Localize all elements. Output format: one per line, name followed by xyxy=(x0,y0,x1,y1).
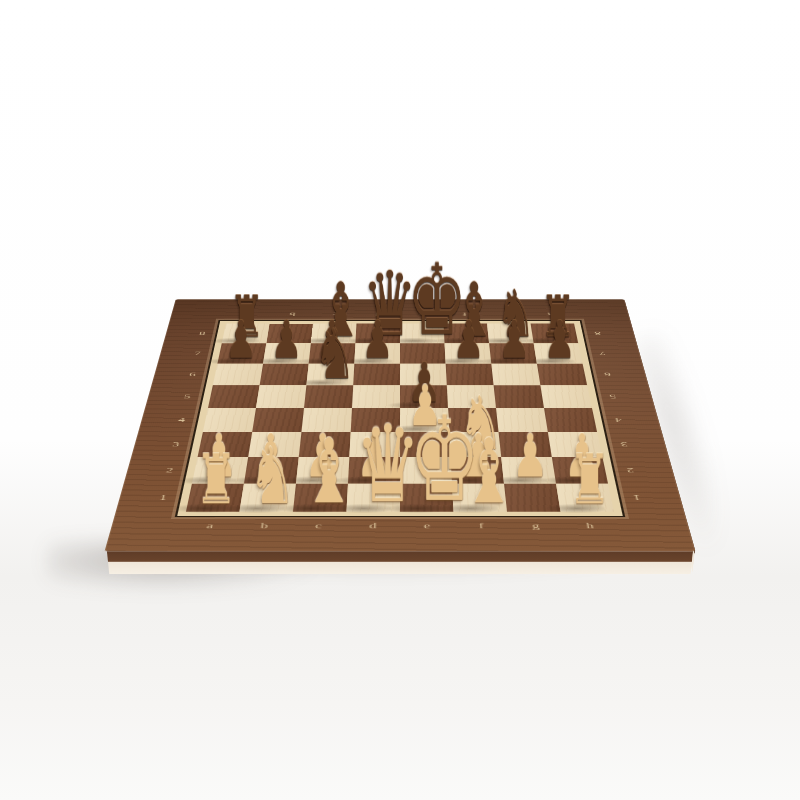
coordinate-label: d xyxy=(345,521,400,531)
piece-white-knight-b1: ♞ xyxy=(248,445,284,509)
coordinate-label: 4 xyxy=(170,408,193,432)
coordinate-label: g xyxy=(508,521,564,531)
square-c1: ♝ xyxy=(293,484,348,512)
coordinate-label: 5 xyxy=(602,385,624,408)
white-rook-icon: ♜ xyxy=(569,452,611,508)
piece-white-bishop-c1: ♝ xyxy=(302,436,338,509)
square-a6 xyxy=(213,364,263,386)
coordinate-label: a xyxy=(182,521,238,531)
white-pawn-icon: ♟ xyxy=(512,432,548,481)
black-pawn-icon: ♟ xyxy=(362,319,394,362)
square-d1: ♛ xyxy=(346,484,400,512)
coordinate-label: e xyxy=(400,311,443,317)
playing-area: ♜♝♛♚♝♞♜♟♟♟♟♟♟♟♞♟♟♞♟♟♟♟♟♟♟♜♞♝♛♚♝♜ xyxy=(175,320,626,517)
white-rook-icon: ♜ xyxy=(195,452,237,508)
square-b6 xyxy=(260,364,309,386)
file-labels-top: abcdefgh xyxy=(227,311,572,317)
coordinate-label: 6 xyxy=(597,364,619,386)
chess-board-scene: abcdefgh abcdefgh 87654321 87654321 ♜♝♛♚… xyxy=(145,153,655,663)
coordinate-label: f xyxy=(443,311,487,317)
piece-black-pawn-a7: ♟ xyxy=(225,319,256,362)
chess-board: abcdefgh abcdefgh 87654321 87654321 ♜♝♛♚… xyxy=(105,299,696,551)
coordinate-label: c xyxy=(314,311,358,317)
square-e1: ♚ xyxy=(400,484,454,512)
square-f7: ♟ xyxy=(445,343,492,364)
black-pawn-icon: ♟ xyxy=(498,319,530,362)
square-d6 xyxy=(353,364,400,386)
coordinate-label: 7 xyxy=(592,343,613,364)
square-h6 xyxy=(537,364,587,386)
coordinate-label: 3 xyxy=(164,432,188,457)
white-knight-icon: ♞ xyxy=(248,445,295,509)
square-a1: ♜ xyxy=(186,484,244,512)
piece-black-pawn-g7: ♟ xyxy=(498,319,529,362)
coordinate-label: 1 xyxy=(624,484,649,512)
piece-black-king-e8: ♚ xyxy=(407,260,437,341)
coordinate-label: 3 xyxy=(612,432,636,457)
square-b5 xyxy=(256,385,306,408)
white-bishop-icon: ♝ xyxy=(302,436,356,509)
coordinate-label: b xyxy=(270,311,314,317)
black-pawn-icon: ♟ xyxy=(271,319,303,362)
coordinate-label: h xyxy=(562,521,618,531)
black-knight-icon: ♞ xyxy=(314,327,356,383)
coordinate-label: h xyxy=(529,311,573,317)
piece-black-pawn-h7: ♟ xyxy=(544,319,575,362)
square-d7: ♟ xyxy=(354,343,400,364)
black-pawn-icon: ♟ xyxy=(225,319,257,362)
square-g7: ♟ xyxy=(489,343,537,364)
board-front-edge xyxy=(107,551,693,574)
coordinate-label: 2 xyxy=(618,457,643,484)
coordinate-label: 5 xyxy=(176,385,198,408)
board-right-edge xyxy=(623,300,695,573)
piece-black-knight-c6: ♞ xyxy=(314,327,346,383)
piece-white-rook-a1: ♜ xyxy=(195,452,231,508)
square-c5 xyxy=(304,385,353,408)
square-a5 xyxy=(208,385,260,408)
square-b1: ♞ xyxy=(239,484,296,512)
square-h5 xyxy=(540,385,592,408)
coordinate-label: d xyxy=(357,311,400,317)
piece-white-king-e1: ♚ xyxy=(409,411,445,509)
playing-area-grid: ♜♝♛♚♝♞♜♟♟♟♟♟♟♟♞♟♟♞♟♟♟♟♟♟♟♜♞♝♛♚♝♜ xyxy=(186,324,614,512)
coordinate-label: c xyxy=(291,521,346,531)
coordinate-label: 1 xyxy=(150,484,175,512)
piece-black-pawn-d7: ♟ xyxy=(362,319,393,362)
coordinate-label: e xyxy=(400,521,455,531)
coordinate-label: 6 xyxy=(182,364,204,386)
black-pawn-icon: ♟ xyxy=(453,319,485,362)
piece-black-pawn-b7: ♟ xyxy=(271,319,302,362)
piece-black-pawn-f7: ♟ xyxy=(453,319,484,362)
coordinate-label: 8 xyxy=(588,324,608,344)
coordinate-label: 4 xyxy=(607,408,630,432)
product-photo: { "game": "chess", "scene": { "descripti… xyxy=(0,0,800,800)
coordinate-label: a xyxy=(227,311,271,317)
square-c6: ♞ xyxy=(306,364,354,386)
piece-white-pawn-g2: ♟ xyxy=(512,432,547,481)
piece-white-queen-d1: ♛ xyxy=(355,421,391,508)
black-pawn-icon: ♟ xyxy=(544,319,576,362)
square-e8: ♚ xyxy=(400,324,445,344)
piece-white-rook-h1: ♜ xyxy=(569,452,605,508)
square-h7: ♟ xyxy=(534,343,583,364)
white-king-icon: ♚ xyxy=(409,412,481,509)
coordinate-label: f xyxy=(454,521,509,531)
file-labels-bottom: abcdefgh xyxy=(182,521,618,531)
coordinate-label: g xyxy=(486,311,530,317)
coordinate-label: b xyxy=(236,521,292,531)
square-h1: ♜ xyxy=(556,484,614,512)
